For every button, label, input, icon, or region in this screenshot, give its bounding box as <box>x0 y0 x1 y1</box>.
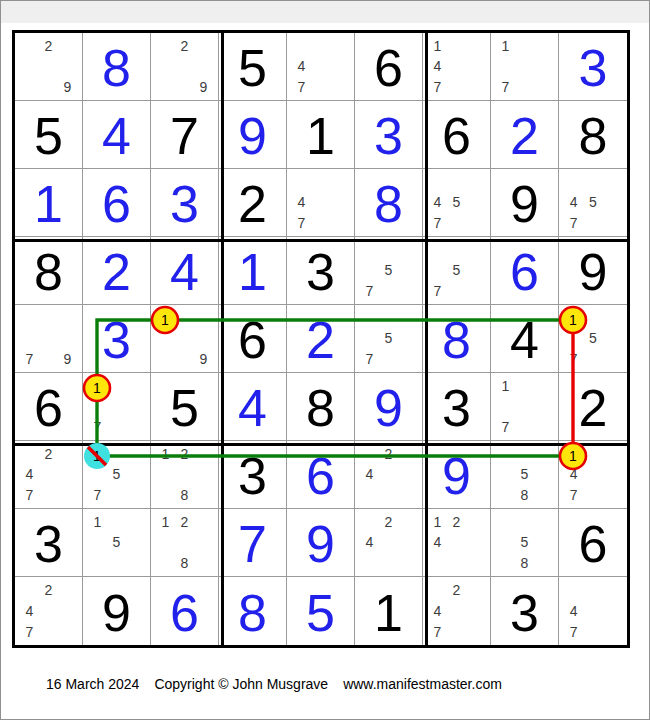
candidate-1: 1 <box>428 512 447 532</box>
cell-r5c4[interactable]: 6 <box>219 305 287 373</box>
candidate-7: 7 <box>20 621 39 642</box>
cell-r1c3[interactable]: 29 <box>151 33 219 101</box>
box-border-vertical-1 <box>221 33 224 645</box>
solved-digit: 9 <box>287 509 354 576</box>
cell-r1c5[interactable]: 47 <box>287 33 355 101</box>
candidate-4: 4 <box>428 601 447 622</box>
pencil-marks: 147 <box>428 36 485 97</box>
cell-r2c5[interactable]: 1 <box>287 101 355 169</box>
pencil-marks: 247 <box>428 580 485 642</box>
candidate-5: 5 <box>107 532 126 552</box>
cell-r6c4[interactable]: 4 <box>219 373 287 441</box>
cell-r1c9[interactable]: 3 <box>559 33 627 101</box>
given-digit: 2 <box>219 169 286 236</box>
cell-r9c9[interactable]: 47 <box>559 577 627 645</box>
pencil-marks: 128 <box>156 512 213 573</box>
solved-digit: 6 <box>151 577 218 645</box>
cell-r8c9[interactable]: 6 <box>559 509 627 577</box>
candidate-4: 4 <box>564 192 583 212</box>
given-digit: 9 <box>559 237 627 304</box>
candidate-1: 1 <box>564 444 583 464</box>
given-digit: 3 <box>491 577 558 645</box>
cell-r8c4[interactable]: 7 <box>219 509 287 577</box>
cell-r9c2[interactable]: 9 <box>83 577 151 645</box>
candidate-4: 4 <box>360 464 379 484</box>
candidate-7: 7 <box>292 77 311 97</box>
candidate-1: 1 <box>428 36 447 56</box>
candidate-1: 1 <box>156 512 175 532</box>
given-digit: 3 <box>15 509 82 576</box>
cell-r3c4[interactable]: 2 <box>219 169 287 237</box>
solved-digit: 3 <box>355 101 422 168</box>
candidate-2: 2 <box>175 444 194 464</box>
candidate-4: 4 <box>20 464 39 484</box>
cell-r2c4[interactable]: 9 <box>219 101 287 169</box>
given-digit: 9 <box>83 577 150 645</box>
footer-copyright: Copyright © John Musgrave <box>154 676 328 692</box>
candidate-1: 1 <box>88 512 107 532</box>
cell-r1c2[interactable]: 8 <box>83 33 151 101</box>
candidate-2: 2 <box>39 444 58 464</box>
pencil-marks: 17 <box>88 376 145 437</box>
cell-r9c1[interactable]: 247 <box>15 577 83 645</box>
candidate-7: 7 <box>20 485 39 505</box>
pencil-marks: 47 <box>564 580 622 642</box>
cell-r3c2[interactable]: 6 <box>83 169 151 237</box>
cell-r4c7[interactable]: 57 <box>423 237 491 305</box>
cell-r8c7[interactable]: 124 <box>423 509 491 577</box>
sudoku-page: 2982954761471735479136281632478457945782… <box>0 0 650 720</box>
solved-digit: 6 <box>287 441 354 508</box>
solved-digit: 8 <box>355 169 422 236</box>
candidate-4: 4 <box>564 601 583 622</box>
pencil-marks: 47 <box>292 36 349 97</box>
candidate-1: 1 <box>88 444 107 464</box>
candidate-5: 5 <box>583 328 602 348</box>
candidate-8: 8 <box>515 553 534 573</box>
box-border-horizontal-2 <box>15 443 627 446</box>
solved-digit: 2 <box>83 237 150 304</box>
cell-r9c7[interactable]: 247 <box>423 577 491 645</box>
pencil-marks: 29 <box>156 36 213 97</box>
pencil-marks: 58 <box>496 444 553 505</box>
candidate-4: 4 <box>20 601 39 622</box>
cell-r7c1[interactable]: 247 <box>15 441 83 509</box>
pencil-marks: 29 <box>20 36 77 97</box>
cell-r2c7[interactable]: 6 <box>423 101 491 169</box>
candidate-1: 1 <box>496 376 515 396</box>
candidate-9: 9 <box>58 349 77 369</box>
solved-digit: 1 <box>15 169 82 236</box>
candidate-7: 7 <box>428 213 447 233</box>
given-digit: 5 <box>15 101 82 168</box>
cell-r2c1[interactable]: 5 <box>15 101 83 169</box>
solved-digit: 7 <box>219 509 286 576</box>
given-digit: 3 <box>287 237 354 304</box>
cell-r6c9[interactable]: 2 <box>559 373 627 441</box>
candidate-1: 1 <box>564 308 583 328</box>
cell-r7c2[interactable]: 157 <box>83 441 151 509</box>
cell-r4c5[interactable]: 3 <box>287 237 355 305</box>
cell-r9c5[interactable]: 5 <box>287 577 355 645</box>
given-digit: 8 <box>15 237 82 304</box>
candidate-2: 2 <box>39 36 58 56</box>
cell-r6c1[interactable]: 6 <box>15 373 83 441</box>
cell-r5c1[interactable]: 79 <box>15 305 83 373</box>
candidate-4: 4 <box>360 532 379 552</box>
pencil-marks: 457 <box>564 172 622 233</box>
pencil-marks: 58 <box>496 512 553 573</box>
candidate-8: 8 <box>515 485 534 505</box>
cell-r7c5[interactable]: 6 <box>287 441 355 509</box>
cell-r6c6[interactable]: 9 <box>355 373 423 441</box>
given-digit: 1 <box>287 101 354 168</box>
cell-r3c3[interactable]: 3 <box>151 169 219 237</box>
candidate-7: 7 <box>428 621 447 642</box>
box-border-horizontal-1 <box>15 239 627 242</box>
solved-digit: 4 <box>83 101 150 168</box>
given-digit: 6 <box>559 509 627 576</box>
candidate-7: 7 <box>428 77 447 97</box>
cell-r8c2[interactable]: 15 <box>83 509 151 577</box>
given-digit: 8 <box>287 373 354 440</box>
cell-r4c2[interactable]: 2 <box>83 237 151 305</box>
candidate-5: 5 <box>447 192 466 212</box>
cell-r4c4[interactable]: 1 <box>219 237 287 305</box>
candidate-7: 7 <box>428 281 447 301</box>
cell-r8c1[interactable]: 3 <box>15 509 83 577</box>
pencil-marks: 247 <box>20 444 77 505</box>
cell-r1c7[interactable]: 147 <box>423 33 491 101</box>
candidate-5: 5 <box>379 328 398 348</box>
cell-r9c8[interactable]: 3 <box>491 577 559 645</box>
cell-r5c6[interactable]: 57 <box>355 305 423 373</box>
cell-r3c5[interactable]: 47 <box>287 169 355 237</box>
cell-r1c8[interactable]: 17 <box>491 33 559 101</box>
cell-r3c8[interactable]: 9 <box>491 169 559 237</box>
candidate-7: 7 <box>88 417 107 437</box>
cell-r7c4[interactable]: 3 <box>219 441 287 509</box>
cell-r4c6[interactable]: 57 <box>355 237 423 305</box>
cell-r7c7[interactable]: 9 <box>423 441 491 509</box>
given-digit: 8 <box>559 101 627 168</box>
pencil-marks: 24 <box>360 444 417 505</box>
cell-r4c3[interactable]: 4 <box>151 237 219 305</box>
given-digit: 3 <box>219 441 286 508</box>
cell-r8c8[interactable]: 58 <box>491 509 559 577</box>
cell-r2c8[interactable]: 2 <box>491 101 559 169</box>
candidate-9: 9 <box>58 77 77 97</box>
given-digit: 6 <box>15 373 82 440</box>
pencil-marks: 147 <box>564 444 622 505</box>
cell-r7c3[interactable]: 128 <box>151 441 219 509</box>
candidate-5: 5 <box>583 192 602 212</box>
given-digit: 5 <box>151 373 218 440</box>
cell-r5c8[interactable]: 4 <box>491 305 559 373</box>
candidate-5: 5 <box>379 260 398 280</box>
candidate-2: 2 <box>379 444 398 464</box>
solved-digit: 8 <box>219 577 286 645</box>
candidate-7: 7 <box>496 77 515 97</box>
footer-date: 16 March 2024 <box>46 676 139 692</box>
pencil-marks: 17 <box>496 376 553 437</box>
candidate-1: 1 <box>496 36 515 56</box>
candidate-7: 7 <box>292 213 311 233</box>
cell-r5c5[interactable]: 2 <box>287 305 355 373</box>
cell-r4c1[interactable]: 8 <box>15 237 83 305</box>
pencil-marks: 457 <box>428 172 485 233</box>
cell-r9c6[interactable]: 1 <box>355 577 423 645</box>
solved-digit: 3 <box>83 305 150 372</box>
candidate-2: 2 <box>447 580 466 601</box>
pencil-marks: 57 <box>360 308 417 369</box>
candidate-7: 7 <box>564 485 583 505</box>
given-digit: 4 <box>491 305 558 372</box>
footer-website: www.manifestmaster.com <box>343 676 502 692</box>
solved-digit: 2 <box>287 305 354 372</box>
cell-r7c9[interactable]: 147 <box>559 441 627 509</box>
cell-r4c8[interactable]: 6 <box>491 237 559 305</box>
candidate-2: 2 <box>175 512 194 532</box>
candidate-7: 7 <box>496 417 515 437</box>
cell-r3c1[interactable]: 1 <box>15 169 83 237</box>
pencil-marks: 15 <box>88 512 145 573</box>
candidate-8: 8 <box>175 553 194 573</box>
cell-r6c8[interactable]: 17 <box>491 373 559 441</box>
pencil-marks: 17 <box>496 36 553 97</box>
candidate-1: 1 <box>156 308 175 328</box>
given-digit: 1 <box>355 577 422 645</box>
given-digit: 6 <box>355 33 422 100</box>
solved-digit: 5 <box>287 577 354 645</box>
cell-r9c3[interactable]: 6 <box>151 577 219 645</box>
cell-r7c8[interactable]: 58 <box>491 441 559 509</box>
candidate-7: 7 <box>88 485 107 505</box>
candidate-2: 2 <box>447 512 466 532</box>
cell-r8c6[interactable]: 24 <box>355 509 423 577</box>
candidate-8: 8 <box>175 485 194 505</box>
solved-digit: 6 <box>83 169 150 236</box>
candidate-4: 4 <box>292 56 311 76</box>
given-digit: 2 <box>559 373 627 440</box>
given-digit: 6 <box>219 305 286 372</box>
given-digit: 7 <box>151 101 218 168</box>
cell-r6c5[interactable]: 8 <box>287 373 355 441</box>
solved-digit: 6 <box>491 237 558 304</box>
pencil-marks: 57 <box>428 240 485 301</box>
pencil-marks: 19 <box>156 308 213 369</box>
solved-digit: 4 <box>219 373 286 440</box>
candidate-4: 4 <box>428 192 447 212</box>
pencil-marks: 157 <box>564 308 622 369</box>
cell-r2c2[interactable]: 4 <box>83 101 151 169</box>
cell-r2c6[interactable]: 3 <box>355 101 423 169</box>
cell-r3c9[interactable]: 457 <box>559 169 627 237</box>
cell-r5c3[interactable]: 19 <box>151 305 219 373</box>
cell-r8c5[interactable]: 9 <box>287 509 355 577</box>
candidate-7: 7 <box>564 621 583 642</box>
cell-r6c7[interactable]: 3 <box>423 373 491 441</box>
candidate-7: 7 <box>564 213 583 233</box>
candidate-5: 5 <box>107 464 126 484</box>
solved-digit: 8 <box>83 33 150 100</box>
candidate-2: 2 <box>175 36 194 56</box>
cell-r4c9[interactable]: 9 <box>559 237 627 305</box>
cell-r9c4[interactable]: 8 <box>219 577 287 645</box>
solved-digit: 3 <box>559 33 627 100</box>
pencil-marks: 79 <box>20 308 77 369</box>
pencil-marks: 247 <box>20 580 77 642</box>
cell-r3c6[interactable]: 8 <box>355 169 423 237</box>
given-digit: 6 <box>423 101 490 168</box>
solved-digit: 9 <box>355 373 422 440</box>
footer: 16 March 2024 Copyright © John Musgrave … <box>46 676 502 692</box>
cell-r1c6[interactable]: 6 <box>355 33 423 101</box>
cell-r2c3[interactable]: 7 <box>151 101 219 169</box>
given-digit: 5 <box>219 33 286 100</box>
cell-r8c3[interactable]: 128 <box>151 509 219 577</box>
candidate-4: 4 <box>564 464 583 484</box>
given-digit: 3 <box>423 373 490 440</box>
cell-r7c6[interactable]: 24 <box>355 441 423 509</box>
solved-digit: 9 <box>219 101 286 168</box>
solved-digit: 2 <box>491 101 558 168</box>
sudoku-board: 2982954761471735479136281632478457945782… <box>12 30 630 648</box>
candidate-7: 7 <box>564 349 583 369</box>
cell-r3c7[interactable]: 457 <box>423 169 491 237</box>
candidate-7: 7 <box>20 349 39 369</box>
top-strip <box>1 1 649 23</box>
cell-r5c7[interactable]: 8 <box>423 305 491 373</box>
candidate-1: 1 <box>156 444 175 464</box>
solved-digit: 8 <box>423 305 490 372</box>
pencil-marks: 24 <box>360 512 417 573</box>
cell-r5c2[interactable]: 3 <box>83 305 151 373</box>
pencil-marks: 47 <box>292 172 349 233</box>
candidate-5: 5 <box>447 260 466 280</box>
solved-digit: 3 <box>151 169 218 236</box>
cell-r1c4[interactable]: 5 <box>219 33 287 101</box>
candidate-7: 7 <box>360 349 379 369</box>
cell-r6c2[interactable]: 17 <box>83 373 151 441</box>
given-digit: 9 <box>491 169 558 236</box>
pencil-marks: 128 <box>156 444 213 505</box>
candidate-2: 2 <box>379 512 398 532</box>
cell-r5c9[interactable]: 157 <box>559 305 627 373</box>
candidate-4: 4 <box>428 532 447 552</box>
candidate-9: 9 <box>194 77 213 97</box>
cell-r6c3[interactable]: 5 <box>151 373 219 441</box>
box-border-vertical-2 <box>425 33 428 645</box>
pencil-marks: 124 <box>428 512 485 573</box>
solved-digit: 9 <box>423 441 490 508</box>
pencil-marks: 157 <box>88 444 145 505</box>
pencil-marks: 57 <box>360 240 417 301</box>
candidate-2: 2 <box>39 580 58 601</box>
cell-r1c1[interactable]: 29 <box>15 33 83 101</box>
solved-digit: 1 <box>219 237 286 304</box>
solved-digit: 4 <box>151 237 218 304</box>
candidate-5: 5 <box>515 464 534 484</box>
candidate-1: 1 <box>88 376 107 396</box>
candidate-9: 9 <box>194 349 213 369</box>
candidate-4: 4 <box>292 192 311 212</box>
cell-r2c9[interactable]: 8 <box>559 101 627 169</box>
candidate-7: 7 <box>360 281 379 301</box>
candidate-5: 5 <box>515 532 534 552</box>
candidate-4: 4 <box>428 56 447 76</box>
